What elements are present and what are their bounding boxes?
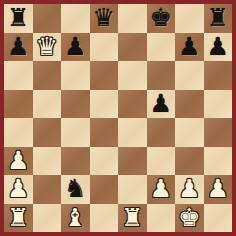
square-d3[interactable] xyxy=(90,147,119,176)
square-e7[interactable] xyxy=(118,33,147,62)
chess-board-frame: ♜♛♚♜♟♛♟♟♟♟♟♟♞♟♟♟♜♝♜♚ xyxy=(0,0,236,236)
square-e6[interactable] xyxy=(118,61,147,90)
piece-white-pawn[interactable]: ♟ xyxy=(150,175,172,204)
piece-black-knight[interactable]: ♞ xyxy=(64,175,86,204)
square-b4[interactable] xyxy=(33,118,62,147)
square-g4[interactable] xyxy=(175,118,204,147)
piece-black-rook[interactable]: ♜ xyxy=(207,4,229,33)
square-c6[interactable] xyxy=(61,61,90,90)
square-h1[interactable] xyxy=(204,204,233,233)
square-b7[interactable]: ♛ xyxy=(33,33,62,62)
square-f5[interactable]: ♟ xyxy=(147,90,176,119)
square-h6[interactable] xyxy=(204,61,233,90)
square-g7[interactable]: ♟ xyxy=(175,33,204,62)
square-a5[interactable] xyxy=(4,90,33,119)
square-g5[interactable] xyxy=(175,90,204,119)
square-c1[interactable]: ♝ xyxy=(61,204,90,233)
piece-black-pawn[interactable]: ♟ xyxy=(7,33,29,62)
square-d1[interactable] xyxy=(90,204,119,233)
square-a8[interactable]: ♜ xyxy=(4,4,33,33)
square-c2[interactable]: ♞ xyxy=(61,175,90,204)
square-c8[interactable] xyxy=(61,4,90,33)
piece-black-pawn[interactable]: ♟ xyxy=(64,33,86,62)
square-d2[interactable] xyxy=(90,175,119,204)
piece-white-pawn[interactable]: ♟ xyxy=(178,175,200,204)
piece-black-pawn[interactable]: ♟ xyxy=(150,90,172,119)
square-a7[interactable]: ♟ xyxy=(4,33,33,62)
piece-white-bishop[interactable]: ♝ xyxy=(64,204,86,233)
piece-black-rook[interactable]: ♜ xyxy=(7,4,29,33)
square-f2[interactable]: ♟ xyxy=(147,175,176,204)
square-a3[interactable]: ♟ xyxy=(4,147,33,176)
square-b3[interactable] xyxy=(33,147,62,176)
square-e1[interactable]: ♜ xyxy=(118,204,147,233)
square-c5[interactable] xyxy=(61,90,90,119)
square-h5[interactable] xyxy=(204,90,233,119)
square-g6[interactable] xyxy=(175,61,204,90)
piece-white-rook[interactable]: ♜ xyxy=(7,204,29,233)
square-a4[interactable] xyxy=(4,118,33,147)
square-d8[interactable]: ♛ xyxy=(90,4,119,33)
piece-white-queen[interactable]: ♛ xyxy=(36,33,58,62)
chess-board: ♜♛♚♜♟♛♟♟♟♟♟♟♞♟♟♟♜♝♜♚ xyxy=(4,4,232,232)
square-f3[interactable] xyxy=(147,147,176,176)
square-e4[interactable] xyxy=(118,118,147,147)
square-b1[interactable] xyxy=(33,204,62,233)
square-h7[interactable]: ♟ xyxy=(204,33,233,62)
square-f1[interactable] xyxy=(147,204,176,233)
piece-black-queen[interactable]: ♛ xyxy=(93,4,115,33)
square-b5[interactable] xyxy=(33,90,62,119)
square-f4[interactable] xyxy=(147,118,176,147)
square-c7[interactable]: ♟ xyxy=(61,33,90,62)
square-e2[interactable] xyxy=(118,175,147,204)
piece-black-king[interactable]: ♚ xyxy=(150,4,172,33)
square-f8[interactable]: ♚ xyxy=(147,4,176,33)
square-h8[interactable]: ♜ xyxy=(204,4,233,33)
square-f7[interactable] xyxy=(147,33,176,62)
piece-black-pawn[interactable]: ♟ xyxy=(207,33,229,62)
square-e5[interactable] xyxy=(118,90,147,119)
square-g3[interactable] xyxy=(175,147,204,176)
square-e3[interactable] xyxy=(118,147,147,176)
square-h3[interactable] xyxy=(204,147,233,176)
square-a6[interactable] xyxy=(4,61,33,90)
square-c3[interactable] xyxy=(61,147,90,176)
square-d4[interactable] xyxy=(90,118,119,147)
piece-white-pawn[interactable]: ♟ xyxy=(7,147,29,176)
piece-white-king[interactable]: ♚ xyxy=(178,204,200,233)
square-a2[interactable]: ♟ xyxy=(4,175,33,204)
square-d5[interactable] xyxy=(90,90,119,119)
square-b2[interactable] xyxy=(33,175,62,204)
square-a1[interactable]: ♜ xyxy=(4,204,33,233)
piece-white-pawn[interactable]: ♟ xyxy=(7,175,29,204)
square-h4[interactable] xyxy=(204,118,233,147)
piece-white-rook[interactable]: ♜ xyxy=(121,204,143,233)
square-g1[interactable]: ♚ xyxy=(175,204,204,233)
square-f6[interactable] xyxy=(147,61,176,90)
piece-white-pawn[interactable]: ♟ xyxy=(207,175,229,204)
square-d6[interactable] xyxy=(90,61,119,90)
piece-black-pawn[interactable]: ♟ xyxy=(178,33,200,62)
square-g8[interactable] xyxy=(175,4,204,33)
square-e8[interactable] xyxy=(118,4,147,33)
square-d7[interactable] xyxy=(90,33,119,62)
square-c4[interactable] xyxy=(61,118,90,147)
square-h2[interactable]: ♟ xyxy=(204,175,233,204)
square-g2[interactable]: ♟ xyxy=(175,175,204,204)
square-b6[interactable] xyxy=(33,61,62,90)
square-b8[interactable] xyxy=(33,4,62,33)
